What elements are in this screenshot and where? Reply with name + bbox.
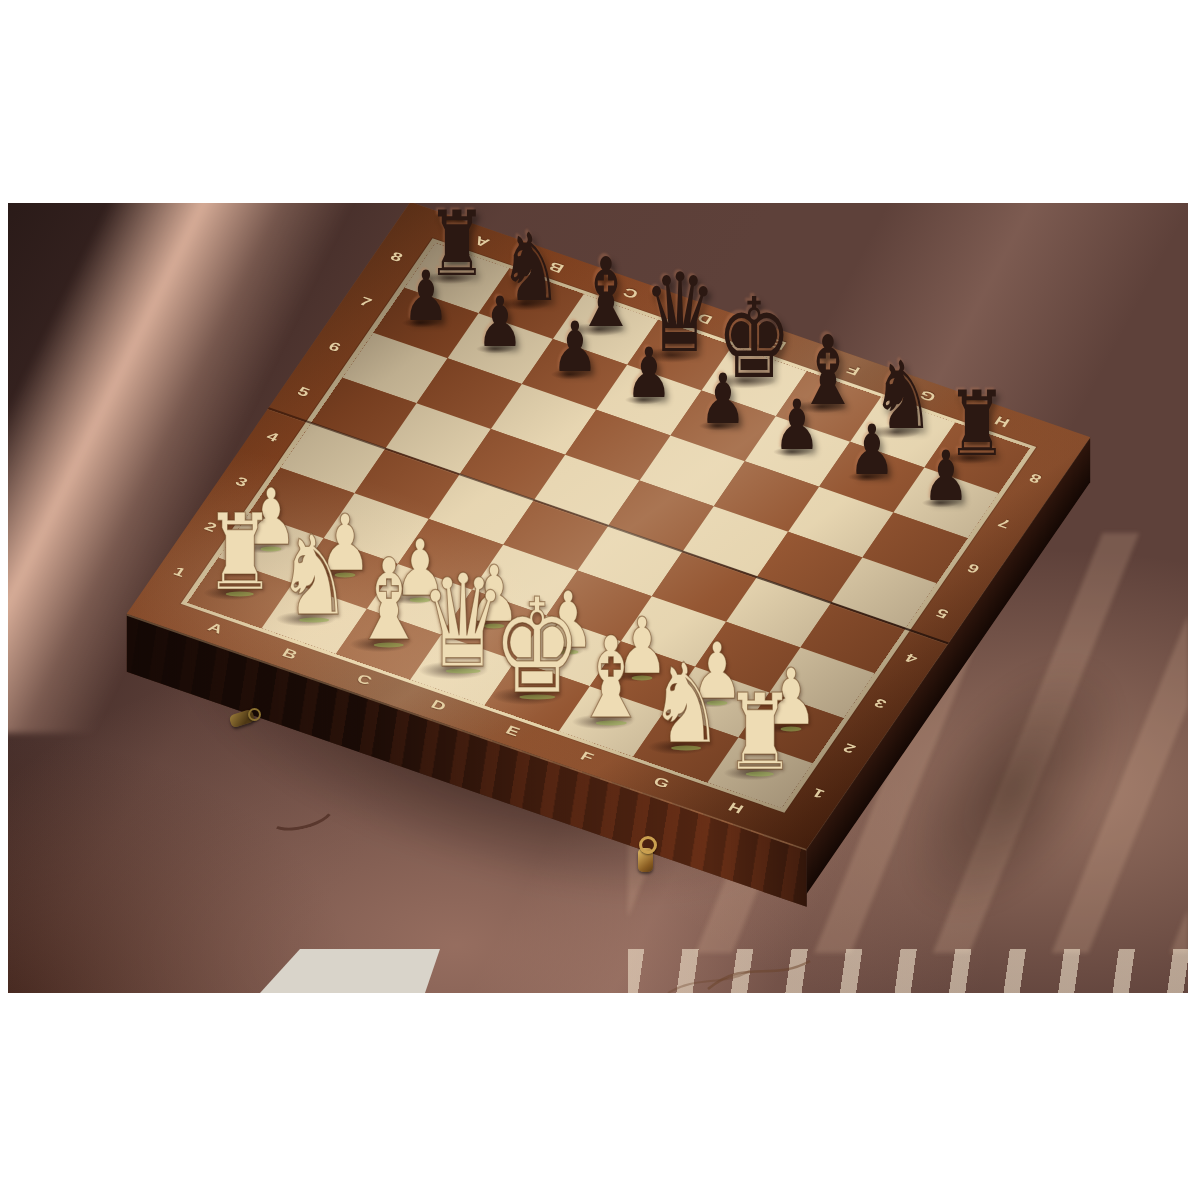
rank-label-east-1: 1 xyxy=(803,783,835,804)
file-label-north-h: H xyxy=(986,411,1018,432)
table-strip xyxy=(8,949,1188,993)
rank-label-west-6: 6 xyxy=(319,337,351,358)
rank-label-east-4: 4 xyxy=(896,648,928,669)
rank-label-west-4: 4 xyxy=(257,427,289,448)
file-label-south-h: H xyxy=(720,798,752,819)
file-label-north-a: A xyxy=(466,231,498,252)
rank-label-east-7: 7 xyxy=(989,513,1021,534)
clasp-ring xyxy=(248,708,261,721)
rank-label-east-5: 5 xyxy=(927,603,959,624)
file-label-south-c: C xyxy=(348,669,380,690)
rank-label-west-8: 8 xyxy=(381,247,413,268)
file-label-south-g: G xyxy=(646,772,678,793)
rank-label-west-5: 5 xyxy=(288,382,320,403)
file-label-south-a: A xyxy=(200,618,232,639)
rank-label-west-1: 1 xyxy=(164,562,196,583)
file-label-north-b: B xyxy=(541,257,573,278)
file-label-north-d: D xyxy=(689,308,721,329)
file-label-south-b: B xyxy=(274,644,306,665)
rank-label-west-7: 7 xyxy=(350,292,382,313)
rank-label-east-8: 8 xyxy=(1020,468,1052,489)
file-label-north-e: E xyxy=(764,334,796,355)
rank-label-west-3: 3 xyxy=(226,472,258,493)
product-photo-page: AABBCCDDEEFFGGHH1122334455667788 ♜♞♝♛♚♝♞… xyxy=(0,0,1200,1200)
file-label-south-e: E xyxy=(497,721,529,742)
file-label-north-g: G xyxy=(912,385,944,406)
wire-shadow xyxy=(8,949,1188,993)
file-label-north-f: F xyxy=(838,359,870,380)
file-label-north-c: C xyxy=(615,282,647,303)
clasp-ring xyxy=(639,836,657,854)
rank-label-east-6: 6 xyxy=(958,558,990,579)
product-photo: AABBCCDDEEFFGGHH1122334455667788 ♜♞♝♛♚♝♞… xyxy=(8,203,1188,993)
file-label-south-d: D xyxy=(423,695,455,716)
rank-label-west-2: 2 xyxy=(195,517,227,538)
rank-label-east-3: 3 xyxy=(865,693,897,714)
file-label-south-f: F xyxy=(571,746,603,767)
rank-label-east-2: 2 xyxy=(834,738,866,759)
